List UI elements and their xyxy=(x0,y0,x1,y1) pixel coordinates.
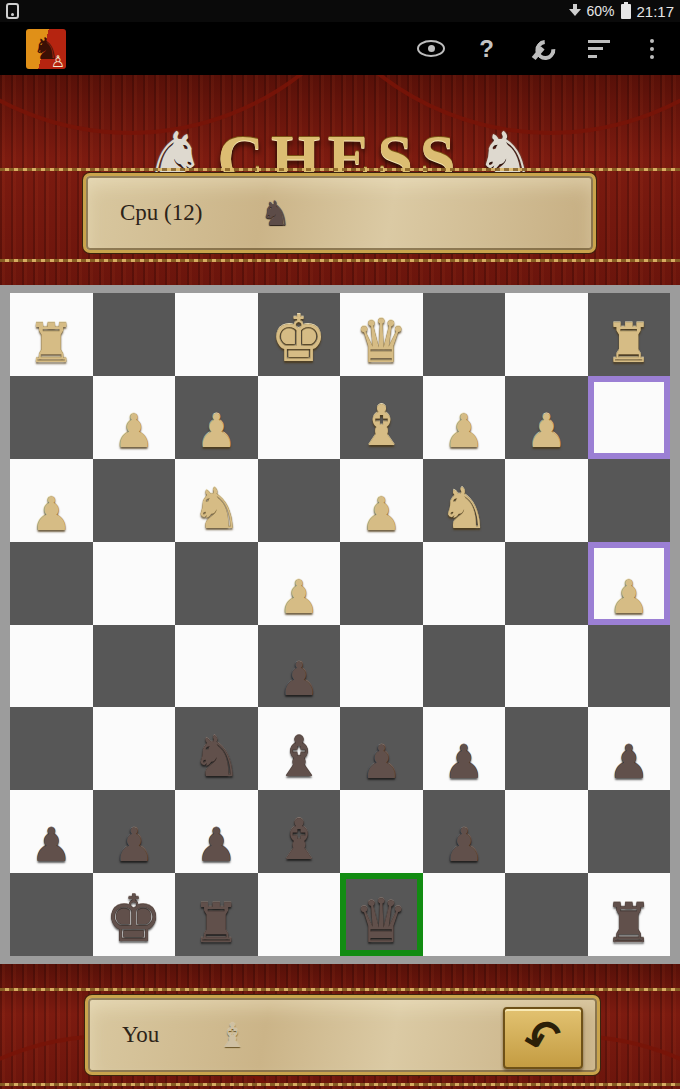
square-a3[interactable] xyxy=(588,459,671,542)
you-player-panel: You ♝ ↶ xyxy=(85,995,600,1075)
square-f4[interactable] xyxy=(175,542,258,625)
square-e4[interactable]: ♟ xyxy=(258,542,341,625)
white-pawn: ♟ xyxy=(113,408,154,459)
square-b3[interactable] xyxy=(505,459,588,542)
black-knight: ♞ xyxy=(191,729,241,790)
square-e3[interactable] xyxy=(258,459,341,542)
top-wood-section: ♞ CHESS ♞ Cpu (12) ♞ xyxy=(0,75,680,285)
undo-arrow-icon: ↶ xyxy=(518,1011,567,1065)
black-pawn: ♟ xyxy=(196,822,237,873)
square-f7[interactable]: ♟ xyxy=(175,790,258,873)
black-king: ♚ xyxy=(105,887,162,956)
square-b5[interactable] xyxy=(505,625,588,708)
bottom-wood-section: You ♝ ↶ xyxy=(0,964,680,1089)
visibility-icon[interactable] xyxy=(417,40,445,57)
square-c6[interactable]: ♟ xyxy=(423,707,506,790)
white-pawn: ♟ xyxy=(526,408,567,459)
square-g2[interactable]: ♟ xyxy=(93,376,176,459)
square-g4[interactable] xyxy=(93,542,176,625)
help-icon[interactable]: ? xyxy=(479,35,494,63)
square-a6[interactable]: ♟ xyxy=(588,707,671,790)
white-pawn: ♟ xyxy=(443,408,484,459)
notification-icon xyxy=(6,3,19,19)
square-f8[interactable]: ♜ xyxy=(175,873,258,956)
gold-divider xyxy=(0,1083,680,1086)
square-g6[interactable] xyxy=(93,707,176,790)
you-captured-white-bishop: ♝ xyxy=(217,1018,247,1052)
square-e2[interactable] xyxy=(258,376,341,459)
white-knight: ♞ xyxy=(191,481,241,542)
status-bar: 60% 21:17 xyxy=(0,0,680,22)
square-h2[interactable] xyxy=(10,376,93,459)
square-e8[interactable] xyxy=(258,873,341,956)
black-pawn: ♟ xyxy=(278,656,319,707)
white-pawn: ♟ xyxy=(31,491,72,542)
square-d6[interactable]: ♟ xyxy=(340,707,423,790)
square-c3[interactable]: ♞ xyxy=(423,459,506,542)
white-pawn: ♟ xyxy=(361,491,402,542)
square-a5[interactable] xyxy=(588,625,671,708)
square-e1[interactable]: ♚ xyxy=(258,293,341,376)
square-b7[interactable] xyxy=(505,790,588,873)
square-e6[interactable]: ♝ xyxy=(258,707,341,790)
cpu-player-panel: Cpu (12) ♞ xyxy=(83,173,596,253)
square-h6[interactable] xyxy=(10,707,93,790)
battery-percent: 60% xyxy=(586,3,614,19)
app-pawn-icon: ♙ xyxy=(51,52,65,69)
square-c4[interactable] xyxy=(423,542,506,625)
white-pawn: ♟ xyxy=(608,574,649,625)
white-rook: ♜ xyxy=(27,317,75,376)
gold-divider xyxy=(0,988,680,991)
square-a4[interactable]: ♟ xyxy=(588,542,671,625)
square-c5[interactable] xyxy=(423,625,506,708)
square-h3[interactable]: ♟ xyxy=(10,459,93,542)
square-f6[interactable]: ♞ xyxy=(175,707,258,790)
black-pawn: ♟ xyxy=(31,822,72,873)
square-d7[interactable] xyxy=(340,790,423,873)
white-king: ♚ xyxy=(270,307,327,376)
app-icon[interactable]: ♞ ♙ xyxy=(26,29,66,69)
move-list-icon[interactable] xyxy=(588,40,612,58)
square-h7[interactable]: ♟ xyxy=(10,790,93,873)
square-f2[interactable]: ♟ xyxy=(175,376,258,459)
square-c2[interactable]: ♟ xyxy=(423,376,506,459)
cpu-player-label: Cpu (12) xyxy=(120,200,202,226)
square-g5[interactable] xyxy=(93,625,176,708)
square-d8[interactable]: ♛ xyxy=(340,873,423,956)
cpu-captured-black-knight: ♞ xyxy=(260,196,290,230)
white-bishop: ♝ xyxy=(356,398,406,459)
square-e5[interactable]: ♟ xyxy=(258,625,341,708)
square-h8[interactable] xyxy=(10,873,93,956)
action-bar: ♞ ♙ ? xyxy=(0,22,680,75)
overflow-menu-icon[interactable] xyxy=(646,39,658,59)
square-d1[interactable]: ♛ xyxy=(340,293,423,376)
square-e7[interactable]: ♝ xyxy=(258,790,341,873)
square-c7[interactable]: ♟ xyxy=(423,790,506,873)
square-g7[interactable]: ♟ xyxy=(93,790,176,873)
square-c1[interactable] xyxy=(423,293,506,376)
black-pawn: ♟ xyxy=(361,739,402,790)
black-rook: ♜ xyxy=(192,897,240,956)
settings-wrench-icon[interactable] xyxy=(523,30,560,67)
gold-divider xyxy=(0,259,680,262)
square-f3[interactable]: ♞ xyxy=(175,459,258,542)
square-h5[interactable] xyxy=(10,625,93,708)
white-knight: ♞ xyxy=(439,481,489,542)
black-queen: ♛ xyxy=(354,891,408,956)
white-pawn: ♟ xyxy=(278,574,319,625)
black-bishop: ♝ xyxy=(274,729,324,790)
square-d3[interactable]: ♟ xyxy=(340,459,423,542)
white-rook: ♜ xyxy=(605,317,653,376)
square-d4[interactable] xyxy=(340,542,423,625)
gold-divider xyxy=(0,168,680,171)
square-g8[interactable]: ♚ xyxy=(93,873,176,956)
square-c8[interactable] xyxy=(423,873,506,956)
square-b8[interactable] xyxy=(505,873,588,956)
black-bishop: ♝ xyxy=(274,812,324,873)
square-a1[interactable]: ♜ xyxy=(588,293,671,376)
black-rook: ♜ xyxy=(605,897,653,956)
clock: 21:17 xyxy=(636,3,674,20)
white-queen: ♛ xyxy=(354,311,408,376)
white-pawn: ♟ xyxy=(196,408,237,459)
square-g1[interactable] xyxy=(93,293,176,376)
square-d5[interactable] xyxy=(340,625,423,708)
battery-icon xyxy=(621,4,631,19)
square-b2[interactable]: ♟ xyxy=(505,376,588,459)
you-player-label: You xyxy=(122,1022,159,1048)
black-pawn: ♟ xyxy=(608,739,649,790)
square-b4[interactable] xyxy=(505,542,588,625)
square-f1[interactable] xyxy=(175,293,258,376)
board-frame: ♜♚♛♜♟♟♝♟♟♟♞♟♞♟♟♟♞♝♟♟♟♟♟♟♝♟♚♜♛♜ xyxy=(0,285,680,964)
square-f5[interactable] xyxy=(175,625,258,708)
square-b6[interactable] xyxy=(505,707,588,790)
square-a7[interactable] xyxy=(588,790,671,873)
black-pawn: ♟ xyxy=(443,739,484,790)
square-g3[interactable] xyxy=(93,459,176,542)
square-h4[interactable] xyxy=(10,542,93,625)
download-icon xyxy=(569,4,581,18)
black-pawn: ♟ xyxy=(443,822,484,873)
square-d2[interactable]: ♝ xyxy=(340,376,423,459)
chess-board: ♜♚♛♜♟♟♝♟♟♟♞♟♞♟♟♟♞♝♟♟♟♟♟♟♝♟♚♜♛♜ xyxy=(10,293,670,956)
square-a8[interactable]: ♜ xyxy=(588,873,671,956)
square-h1[interactable]: ♜ xyxy=(10,293,93,376)
undo-button[interactable]: ↶ xyxy=(503,1007,583,1069)
square-a2[interactable] xyxy=(588,376,671,459)
black-pawn: ♟ xyxy=(113,822,154,873)
square-b1[interactable] xyxy=(505,293,588,376)
